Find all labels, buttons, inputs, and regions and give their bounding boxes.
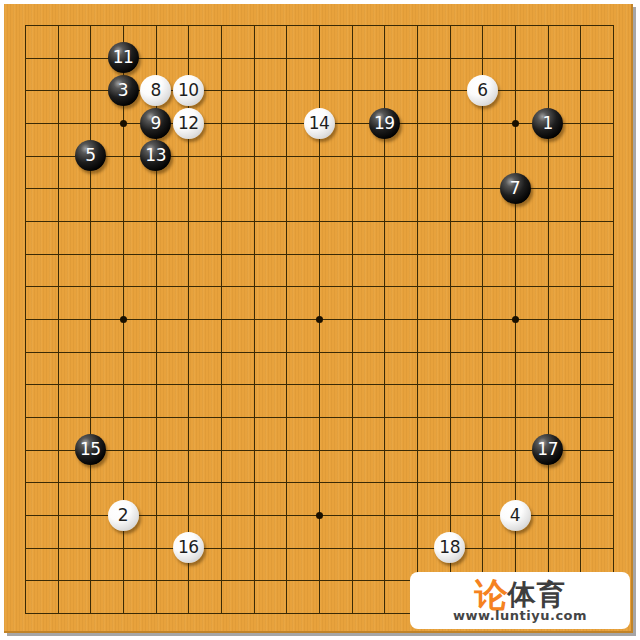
watermark-logo: 论 体育	[475, 578, 566, 611]
grid-line-h	[25, 482, 614, 483]
star-point	[316, 512, 323, 519]
stone-14-white-K16: 14	[304, 108, 335, 139]
go-board: 12345678910111213141516171819	[4, 4, 633, 633]
stone-16-white-F3: 16	[173, 532, 204, 563]
stone-number: 4	[510, 507, 520, 524]
stone-number: 1	[542, 115, 552, 132]
stone-9-black-E16: 9	[140, 108, 171, 139]
grid-line-h	[25, 450, 614, 451]
stone-number: 8	[150, 82, 160, 99]
stone-number: 15	[80, 441, 101, 458]
stone-2-white-D4: 2	[108, 500, 139, 531]
stone-17-black-R6: 17	[532, 434, 563, 465]
grid-line-h	[25, 384, 614, 385]
stone-8-white-E17: 8	[140, 75, 171, 106]
grid-line-h	[25, 417, 614, 418]
grid-line-h	[25, 548, 614, 549]
stone-7-black-Q14: 7	[500, 173, 531, 204]
star-point	[120, 316, 127, 323]
grid-line-v	[450, 25, 451, 614]
stone-number: 16	[178, 539, 199, 556]
watermark-box: 论 体育 www.luntiyu.com	[410, 572, 630, 629]
grid-line-v	[580, 25, 581, 614]
stone-11-black-D18: 11	[108, 42, 139, 73]
stone-number: 9	[150, 115, 160, 132]
stone-number: 7	[510, 180, 520, 197]
watermark-logo-orange: 论	[475, 578, 508, 611]
stone-4-white-Q4: 4	[500, 500, 531, 531]
grid-line-v	[482, 25, 483, 614]
stone-number: 5	[85, 147, 95, 164]
stone-number: 6	[477, 82, 487, 99]
stone-3-black-D17: 3	[108, 75, 139, 106]
grid-line-h	[25, 352, 614, 353]
stone-number: 13	[145, 147, 166, 164]
star-point	[316, 316, 323, 323]
star-point	[512, 120, 519, 127]
stone-number: 19	[374, 115, 395, 132]
stone-number: 14	[309, 115, 330, 132]
watermark-logo-dark: 体育	[508, 581, 566, 609]
grid-line-v	[417, 25, 418, 614]
stone-6-white-P17: 6	[467, 75, 498, 106]
stone-15-black-C6: 15	[75, 434, 106, 465]
star-point	[512, 316, 519, 323]
watermark-url: www.luntiyu.com	[453, 608, 587, 623]
stone-number: 2	[118, 507, 128, 524]
stone-1-black-R16: 1	[532, 108, 563, 139]
stone-10-white-F17: 10	[173, 75, 204, 106]
stone-12-white-F16: 12	[173, 108, 204, 139]
stone-number: 3	[118, 82, 128, 99]
stone-18-white-O3: 18	[434, 532, 465, 563]
stone-number: 18	[439, 539, 460, 556]
stone-5-black-C15: 5	[75, 140, 106, 171]
stone-number: 12	[178, 115, 199, 132]
stone-number: 10	[178, 82, 199, 99]
stone-number: 17	[537, 441, 558, 458]
stone-number: 11	[113, 49, 134, 66]
grid-line-v	[613, 25, 614, 614]
star-point	[120, 120, 127, 127]
stone-19-black-M16: 19	[369, 108, 400, 139]
grid-line-v	[352, 25, 353, 614]
stone-13-black-E15: 13	[140, 140, 171, 171]
